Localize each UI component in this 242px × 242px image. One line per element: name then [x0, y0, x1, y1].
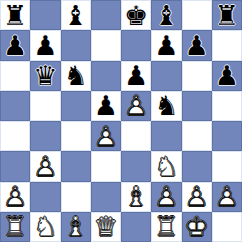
square-a3[interactable]	[0, 151, 30, 181]
piece-fill-glyph: ♟	[121, 91, 151, 121]
square-d5[interactable]: ♟	[91, 91, 121, 121]
piece-fill-glyph: ♞	[61, 61, 91, 91]
square-d8[interactable]	[91, 0, 121, 30]
piece-outline-glyph: ♗	[121, 182, 151, 212]
square-h7[interactable]	[212, 30, 242, 60]
square-f3[interactable]: ♞♘	[151, 151, 181, 181]
piece-fill-glyph: ♟	[91, 121, 121, 151]
square-h1[interactable]	[212, 212, 242, 242]
square-f2[interactable]: ♟♙	[151, 182, 181, 212]
piece-outline-glyph: ♔	[182, 212, 212, 242]
square-h2[interactable]: ♟♙	[212, 182, 242, 212]
white-pawn: ♟♙	[0, 182, 30, 212]
square-f6[interactable]	[151, 61, 181, 91]
chess-board: ♜♝♚♝♜♟♟♟♟♛♞♟♟♟♟♙♞♟♙♟♙♞♘♟♙♝♗♟♙♟♙♟♙♜♖♞♘♝♗♛…	[0, 0, 242, 242]
piece-outline-glyph: ♙	[121, 91, 151, 121]
square-a7[interactable]: ♟	[0, 30, 30, 60]
piece-fill-glyph: ♟	[151, 182, 181, 212]
square-d7[interactable]	[91, 30, 121, 60]
piece-fill-glyph: ♟	[182, 182, 212, 212]
piece-fill-glyph: ♝	[61, 0, 91, 30]
piece-fill-glyph: ♚	[182, 212, 212, 242]
piece-fill-glyph: ♟	[182, 30, 212, 60]
square-c5[interactable]	[61, 91, 91, 121]
white-king: ♚♔	[182, 212, 212, 242]
square-a2[interactable]: ♟♙	[0, 182, 30, 212]
white-rook: ♜♖	[151, 212, 181, 242]
black-king: ♚	[121, 0, 151, 30]
piece-fill-glyph: ♛	[30, 61, 60, 91]
square-g3[interactable]	[182, 151, 212, 181]
square-g2[interactable]: ♟♙	[182, 182, 212, 212]
piece-outline-glyph: ♙	[0, 182, 30, 212]
piece-fill-glyph: ♚	[121, 0, 151, 30]
piece-fill-glyph: ♜	[212, 0, 242, 30]
piece-fill-glyph: ♝	[61, 212, 91, 242]
white-bishop: ♝♗	[61, 212, 91, 242]
piece-fill-glyph: ♟	[30, 30, 60, 60]
piece-fill-glyph: ♟	[30, 151, 60, 181]
square-d6[interactable]	[91, 61, 121, 91]
piece-fill-glyph: ♜	[151, 212, 181, 242]
piece-outline-glyph: ♘	[151, 151, 181, 181]
piece-outline-glyph: ♕	[91, 212, 121, 242]
white-bishop: ♝♗	[121, 182, 151, 212]
black-knight: ♞	[61, 61, 91, 91]
piece-fill-glyph: ♟	[212, 182, 242, 212]
square-a4[interactable]	[0, 121, 30, 151]
piece-outline-glyph: ♖	[0, 212, 30, 242]
square-d2[interactable]	[91, 182, 121, 212]
piece-fill-glyph: ♟	[121, 61, 151, 91]
white-pawn: ♟♙	[182, 182, 212, 212]
square-h3[interactable]	[212, 151, 242, 181]
piece-fill-glyph: ♟	[91, 91, 121, 121]
black-pawn: ♟	[182, 30, 212, 60]
piece-fill-glyph: ♝	[151, 0, 181, 30]
square-c8[interactable]: ♝	[61, 0, 91, 30]
piece-fill-glyph: ♝	[121, 182, 151, 212]
black-pawn: ♟	[0, 30, 30, 60]
piece-outline-glyph: ♗	[61, 212, 91, 242]
square-f8[interactable]: ♝	[151, 0, 181, 30]
square-e1[interactable]	[121, 212, 151, 242]
square-e3[interactable]	[121, 151, 151, 181]
square-e4[interactable]	[121, 121, 151, 151]
square-f1[interactable]: ♜♖	[151, 212, 181, 242]
square-b8[interactable]	[30, 0, 60, 30]
white-pawn: ♟♙	[30, 151, 60, 181]
square-h8[interactable]: ♜	[212, 0, 242, 30]
piece-fill-glyph: ♞	[151, 91, 181, 121]
square-f5[interactable]: ♞	[151, 91, 181, 121]
black-pawn: ♟	[30, 30, 60, 60]
square-c3[interactable]	[61, 151, 91, 181]
square-c7[interactable]	[61, 30, 91, 60]
square-b5[interactable]	[30, 91, 60, 121]
square-h4[interactable]	[212, 121, 242, 151]
black-bishop: ♝	[151, 0, 181, 30]
piece-outline-glyph: ♖	[151, 212, 181, 242]
black-rook: ♜	[0, 0, 30, 30]
black-queen: ♛	[30, 61, 60, 91]
square-e7[interactable]	[121, 30, 151, 60]
piece-fill-glyph: ♟	[0, 30, 30, 60]
square-g7[interactable]: ♟	[182, 30, 212, 60]
square-d3[interactable]	[91, 151, 121, 181]
black-pawn: ♟	[151, 30, 181, 60]
square-e2[interactable]: ♝♗	[121, 182, 151, 212]
white-pawn: ♟♙	[212, 182, 242, 212]
square-b6[interactable]: ♛	[30, 61, 60, 91]
white-queen: ♛♕	[91, 212, 121, 242]
piece-outline-glyph: ♙	[91, 121, 121, 151]
square-b7[interactable]: ♟	[30, 30, 60, 60]
square-g6[interactable]	[182, 61, 212, 91]
white-pawn: ♟♙	[91, 121, 121, 151]
square-a1[interactable]: ♜♖	[0, 212, 30, 242]
white-pawn: ♟♙	[151, 182, 181, 212]
square-a6[interactable]	[0, 61, 30, 91]
black-pawn: ♟	[121, 61, 151, 91]
square-f4[interactable]	[151, 121, 181, 151]
square-c4[interactable]	[61, 121, 91, 151]
piece-outline-glyph: ♙	[30, 151, 60, 181]
white-knight: ♞♘	[151, 151, 181, 181]
square-g4[interactable]	[182, 121, 212, 151]
piece-fill-glyph: ♞	[30, 212, 60, 242]
square-a5[interactable]	[0, 91, 30, 121]
piece-fill-glyph: ♞	[151, 151, 181, 181]
square-b4[interactable]	[30, 121, 60, 151]
square-c6[interactable]: ♞	[61, 61, 91, 91]
square-e8[interactable]: ♚	[121, 0, 151, 30]
square-g8[interactable]	[182, 0, 212, 30]
piece-outline-glyph: ♙	[151, 182, 181, 212]
square-e5[interactable]: ♟♙	[121, 91, 151, 121]
piece-fill-glyph: ♟	[0, 182, 30, 212]
square-g5[interactable]	[182, 91, 212, 121]
piece-outline-glyph: ♙	[212, 182, 242, 212]
square-h5[interactable]	[212, 91, 242, 121]
piece-fill-glyph: ♜	[0, 0, 30, 30]
square-g1[interactable]: ♚♔	[182, 212, 212, 242]
square-b2[interactable]	[30, 182, 60, 212]
square-c2[interactable]	[61, 182, 91, 212]
black-pawn: ♟	[212, 61, 242, 91]
square-h6[interactable]: ♟	[212, 61, 242, 91]
square-a8[interactable]: ♜	[0, 0, 30, 30]
piece-outline-glyph: ♘	[30, 212, 60, 242]
piece-outline-glyph: ♙	[182, 182, 212, 212]
square-b3[interactable]: ♟♙	[30, 151, 60, 181]
square-c1[interactable]: ♝♗	[61, 212, 91, 242]
piece-fill-glyph: ♜	[0, 212, 30, 242]
black-rook: ♜	[212, 0, 242, 30]
square-b1[interactable]: ♞♘	[30, 212, 60, 242]
square-e6[interactable]: ♟	[121, 61, 151, 91]
white-pawn: ♟♙	[121, 91, 151, 121]
black-knight: ♞	[151, 91, 181, 121]
white-rook: ♜♖	[0, 212, 30, 242]
square-f7[interactable]: ♟	[151, 30, 181, 60]
piece-fill-glyph: ♟	[151, 30, 181, 60]
white-knight: ♞♘	[30, 212, 60, 242]
black-pawn: ♟	[91, 91, 121, 121]
black-bishop: ♝	[61, 0, 91, 30]
square-d4[interactable]: ♟♙	[91, 121, 121, 151]
piece-fill-glyph: ♟	[212, 61, 242, 91]
piece-fill-glyph: ♛	[91, 212, 121, 242]
square-d1[interactable]: ♛♕	[91, 212, 121, 242]
